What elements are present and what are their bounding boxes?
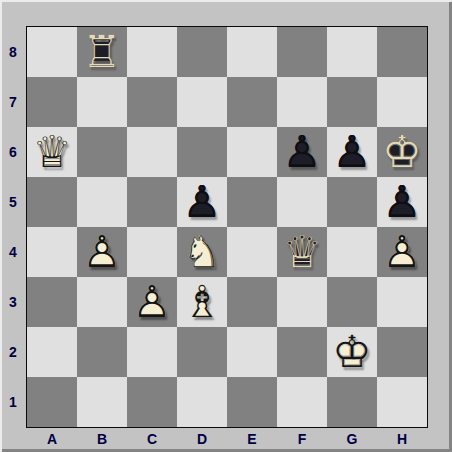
piece-white-queen[interactable]: ♛♕ — [27, 127, 77, 177]
square-b8[interactable]: ♜♖ — [77, 27, 127, 77]
square-f5[interactable] — [277, 177, 327, 227]
board-frame: ♜♖♛♕♟♙♟♙♚♔♟♙♟♙♟♙♞♘♛♕♟♙♟♙♝♗♚♔ ABCDEFGH 87… — [0, 0, 452, 452]
square-d8[interactable] — [177, 27, 227, 77]
square-g4[interactable] — [327, 227, 377, 277]
black-pawn-outline: ♙ — [327, 127, 377, 177]
black-pawn-outline: ♙ — [277, 127, 327, 177]
square-g7[interactable] — [327, 77, 377, 127]
square-f8[interactable] — [277, 27, 327, 77]
square-g2[interactable]: ♚♔ — [327, 327, 377, 377]
square-b6[interactable] — [77, 127, 127, 177]
square-f3[interactable] — [277, 277, 327, 327]
white-pawn-outline: ♙ — [127, 277, 177, 327]
square-c5[interactable] — [127, 177, 177, 227]
square-f2[interactable] — [277, 327, 327, 377]
piece-black-queen[interactable]: ♛♕ — [277, 227, 327, 277]
square-b1[interactable] — [77, 377, 127, 427]
square-e7[interactable] — [227, 77, 277, 127]
piece-black-pawn[interactable]: ♟♙ — [177, 177, 227, 227]
file-label-e: E — [227, 428, 277, 450]
square-a2[interactable] — [27, 327, 77, 377]
square-h5[interactable]: ♟♙ — [377, 177, 427, 227]
square-g8[interactable] — [327, 27, 377, 77]
rank-label-8: 8 — [1, 27, 25, 77]
piece-white-pawn[interactable]: ♟♙ — [77, 227, 127, 277]
square-g5[interactable] — [327, 177, 377, 227]
piece-black-king[interactable]: ♚♔ — [377, 127, 427, 177]
square-d4[interactable]: ♞♘ — [177, 227, 227, 277]
file-label-h: H — [377, 428, 427, 450]
file-label-b: B — [77, 428, 127, 450]
square-b5[interactable] — [77, 177, 127, 227]
square-c3[interactable]: ♟♙ — [127, 277, 177, 327]
square-d3[interactable]: ♝♗ — [177, 277, 227, 327]
file-label-g: G — [327, 428, 377, 450]
piece-white-pawn[interactable]: ♟♙ — [127, 277, 177, 327]
black-queen-outline: ♕ — [277, 227, 327, 277]
square-h7[interactable] — [377, 77, 427, 127]
piece-white-king[interactable]: ♚♔ — [327, 327, 377, 377]
square-e1[interactable] — [227, 377, 277, 427]
square-a5[interactable] — [27, 177, 77, 227]
square-b7[interactable] — [77, 77, 127, 127]
square-e2[interactable] — [227, 327, 277, 377]
chess-board: ♜♖♛♕♟♙♟♙♚♔♟♙♟♙♟♙♞♘♛♕♟♙♟♙♝♗♚♔ — [26, 26, 428, 428]
square-e8[interactable] — [227, 27, 277, 77]
square-f7[interactable] — [277, 77, 327, 127]
square-e4[interactable] — [227, 227, 277, 277]
rank-label-1: 1 — [1, 377, 25, 427]
black-pawn-outline: ♙ — [377, 177, 427, 227]
square-c4[interactable] — [127, 227, 177, 277]
file-label-d: D — [177, 428, 227, 450]
file-label-a: A — [27, 428, 77, 450]
square-d5[interactable]: ♟♙ — [177, 177, 227, 227]
rank-label-7: 7 — [1, 77, 25, 127]
piece-black-rook[interactable]: ♜♖ — [77, 27, 127, 77]
square-b4[interactable]: ♟♙ — [77, 227, 127, 277]
square-e5[interactable] — [227, 177, 277, 227]
black-pawn-outline: ♙ — [177, 177, 227, 227]
square-g1[interactable] — [327, 377, 377, 427]
square-c8[interactable] — [127, 27, 177, 77]
square-b2[interactable] — [77, 327, 127, 377]
piece-white-knight[interactable]: ♞♘ — [177, 227, 227, 277]
rank-label-3: 3 — [1, 277, 25, 327]
square-c2[interactable] — [127, 327, 177, 377]
file-label-c: C — [127, 428, 177, 450]
piece-white-bishop[interactable]: ♝♗ — [177, 277, 227, 327]
white-king-outline: ♔ — [327, 327, 377, 377]
rank-label-6: 6 — [1, 127, 25, 177]
square-d2[interactable] — [177, 327, 227, 377]
square-h8[interactable] — [377, 27, 427, 77]
square-d6[interactable] — [177, 127, 227, 177]
white-knight-outline: ♘ — [177, 227, 227, 277]
square-a1[interactable] — [27, 377, 77, 427]
square-a8[interactable] — [27, 27, 77, 77]
file-label-f: F — [277, 428, 327, 450]
square-b3[interactable] — [77, 277, 127, 327]
square-f4[interactable]: ♛♕ — [277, 227, 327, 277]
square-h2[interactable] — [377, 327, 427, 377]
white-pawn-outline: ♙ — [377, 227, 427, 277]
square-c1[interactable] — [127, 377, 177, 427]
rank-label-5: 5 — [1, 177, 25, 227]
square-h4[interactable]: ♟♙ — [377, 227, 427, 277]
square-h6[interactable]: ♚♔ — [377, 127, 427, 177]
square-c6[interactable] — [127, 127, 177, 177]
square-a7[interactable] — [27, 77, 77, 127]
square-g3[interactable] — [327, 277, 377, 327]
square-e3[interactable] — [227, 277, 277, 327]
black-rook-outline: ♖ — [77, 27, 127, 77]
square-d7[interactable] — [177, 77, 227, 127]
square-a6[interactable]: ♛♕ — [27, 127, 77, 177]
square-f6[interactable]: ♟♙ — [277, 127, 327, 177]
square-h3[interactable] — [377, 277, 427, 327]
piece-black-pawn[interactable]: ♟♙ — [277, 127, 327, 177]
piece-black-pawn[interactable]: ♟♙ — [327, 127, 377, 177]
white-bishop-outline: ♗ — [177, 277, 227, 327]
square-c7[interactable] — [127, 77, 177, 127]
square-a4[interactable] — [27, 227, 77, 277]
square-a3[interactable] — [27, 277, 77, 327]
square-h1[interactable] — [377, 377, 427, 427]
square-d1[interactable] — [177, 377, 227, 427]
piece-black-pawn[interactable]: ♟♙ — [377, 177, 427, 227]
white-pawn-outline: ♙ — [77, 227, 127, 277]
black-king-outline: ♔ — [377, 127, 427, 177]
square-e6[interactable] — [227, 127, 277, 177]
rank-label-4: 4 — [1, 227, 25, 277]
square-g6[interactable]: ♟♙ — [327, 127, 377, 177]
piece-white-pawn[interactable]: ♟♙ — [377, 227, 427, 277]
square-f1[interactable] — [277, 377, 327, 427]
rank-label-2: 2 — [1, 327, 25, 377]
white-queen-outline: ♕ — [27, 127, 77, 177]
